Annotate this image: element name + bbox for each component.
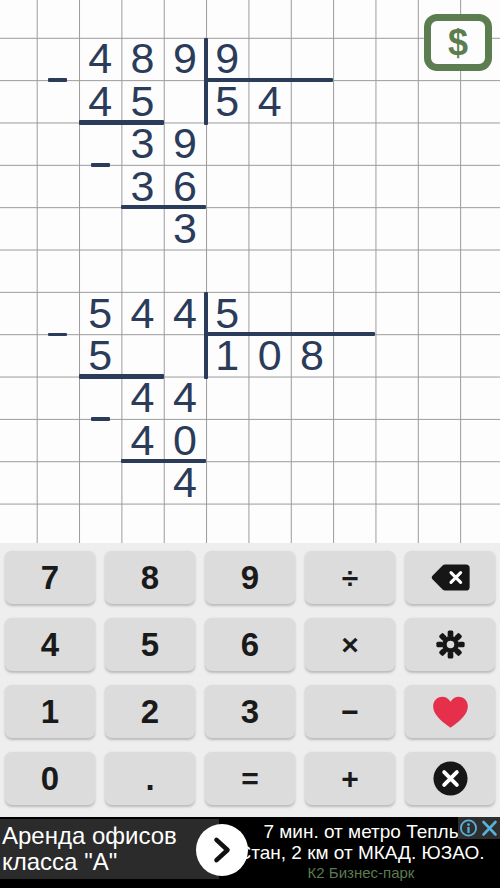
dollar-icon: $ (448, 25, 468, 61)
key-multiply[interactable]: × (305, 618, 395, 671)
key-label: 9 (241, 561, 259, 594)
subtraction-underline (79, 120, 164, 124)
keypad: 789÷456×123−0.=+ (0, 543, 500, 817)
ad-title-line1: Аренда офисов (2, 823, 219, 849)
key-equals[interactable]: = (205, 752, 295, 805)
info-icon (458, 817, 479, 839)
ad-text-line2: Стан, 2 км от МКАД. ЮЗАО. (222, 842, 500, 863)
key-divide[interactable]: ÷ (305, 551, 395, 604)
minus-sign (48, 78, 67, 81)
ad-banner[interactable]: Аренда офисов класса "А" 7 мин. от метро… (0, 817, 500, 888)
ad-title-line2: класса "А" (2, 849, 219, 875)
division-horizontal-bar (204, 78, 333, 82)
minus-sign (91, 417, 110, 420)
key-close[interactable] (405, 752, 495, 805)
key-5[interactable]: 5 (105, 618, 195, 671)
worksheet-digit: 4 (121, 377, 163, 419)
minus-sign (91, 163, 110, 166)
x-icon (479, 817, 500, 839)
worksheet-digit: 0 (248, 334, 290, 376)
division-horizontal-bar (204, 332, 376, 336)
key-0[interactable]: 0 (5, 752, 95, 805)
key-label: 5 (141, 628, 159, 661)
heart-icon (431, 694, 470, 730)
key-label: 1 (41, 695, 59, 728)
key-3[interactable]: 3 (205, 685, 295, 738)
worksheet-digit: 5 (206, 292, 248, 334)
key-4[interactable]: 4 (5, 618, 95, 671)
app-screen: 48994554393635445510844404 $ 789÷456×123… (0, 0, 500, 888)
key-label: 6 (241, 628, 259, 661)
worksheet-digit: 5 (121, 80, 163, 122)
key-1[interactable]: 1 (5, 685, 95, 738)
worksheet-digit: 3 (121, 123, 163, 165)
key-label: − (341, 697, 359, 727)
key-label: 3 (241, 695, 259, 728)
worksheet-digit: 4 (248, 80, 290, 122)
key-label: 7 (41, 561, 59, 594)
key-6[interactable]: 6 (205, 618, 295, 671)
worksheet-digit: 0 (164, 419, 206, 461)
worksheet-digit: 8 (291, 334, 333, 376)
key-label: . (145, 762, 154, 795)
key-label: 8 (141, 561, 159, 594)
worksheet-digit: 6 (164, 165, 206, 207)
adchoices-info-icon[interactable] (458, 817, 479, 839)
worksheet-digit: 9 (206, 38, 248, 80)
worksheet-digit: 4 (121, 419, 163, 461)
premium-money-button[interactable]: $ (424, 14, 492, 71)
close-circle-icon (432, 760, 469, 797)
key-label: × (341, 630, 359, 660)
worksheet-digit: 3 (121, 165, 163, 207)
worksheet-digit: 3 (164, 207, 206, 249)
key-7[interactable]: 7 (5, 551, 95, 604)
key-label: = (241, 764, 259, 794)
worksheet-digit: 5 (206, 80, 248, 122)
ad-text-line3: К2 Бизнес-парк (222, 863, 500, 882)
worksheet-digit: 9 (164, 38, 206, 80)
key-label: 2 (141, 695, 159, 728)
worksheet-digit: 4 (79, 38, 121, 80)
worksheet-digit: 4 (164, 292, 206, 334)
division-worksheet: 48994554393635445510844404 (0, 0, 500, 543)
worksheet-digit: 5 (79, 292, 121, 334)
key-label: + (341, 764, 359, 794)
key-9[interactable]: 9 (205, 551, 295, 604)
subtraction-underline (121, 205, 206, 209)
worksheet-digit: 1 (206, 334, 248, 376)
key-favorite[interactable] (405, 685, 495, 738)
key-8[interactable]: 8 (105, 551, 195, 604)
ad-close-icon[interactable] (479, 817, 500, 839)
gear-icon (434, 628, 467, 661)
ad-left-panel: Аренда офисов класса "А" (0, 819, 219, 879)
worksheet-digit: 4 (164, 461, 206, 503)
key-minus[interactable]: − (305, 685, 395, 738)
key-settings[interactable] (405, 618, 495, 671)
worksheet-digit: 4 (121, 292, 163, 334)
minus-sign (48, 333, 67, 336)
worksheet-digit: 5 (79, 334, 121, 376)
worksheet-digit: 9 (164, 123, 206, 165)
key-decimal[interactable]: . (105, 752, 195, 805)
backspace-icon (430, 563, 471, 592)
key-2[interactable]: 2 (105, 685, 195, 738)
worksheet-digit: 4 (164, 377, 206, 419)
key-label: ÷ (342, 563, 358, 593)
worksheet-digit: 8 (121, 38, 163, 80)
key-backspace[interactable] (405, 551, 495, 604)
subtraction-underline (79, 374, 164, 378)
key-label: 4 (41, 628, 59, 661)
worksheet-digit: 4 (79, 80, 121, 122)
subtraction-underline (121, 459, 206, 463)
key-plus[interactable]: + (305, 752, 395, 805)
key-label: 0 (41, 762, 59, 795)
